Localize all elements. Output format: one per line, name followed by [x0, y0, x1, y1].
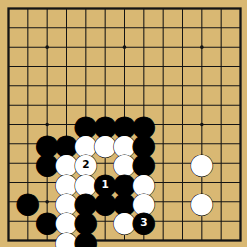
- star-point: [200, 45, 204, 49]
- go-board-svg: ●●●●●●●●●●●●●●●●●●●●●●●●●●●●●●●●●●●123: [0, 0, 247, 247]
- white-stone: ●: [190, 147, 214, 180]
- star-point: [123, 45, 127, 49]
- star-point: [45, 45, 49, 49]
- star-point: [200, 123, 204, 127]
- move-label-3: 3: [140, 216, 147, 228]
- star-point: [45, 200, 49, 204]
- move-label-2: 2: [82, 158, 89, 170]
- white-stone: ●: [190, 186, 214, 219]
- go-board[interactable]: ●●●●●●●●●●●●●●●●●●●●●●●●●●●●●●●●●●●123: [0, 0, 247, 247]
- black-stone: ●: [74, 225, 98, 247]
- star-point: [45, 123, 49, 127]
- move-label-1: 1: [102, 178, 109, 190]
